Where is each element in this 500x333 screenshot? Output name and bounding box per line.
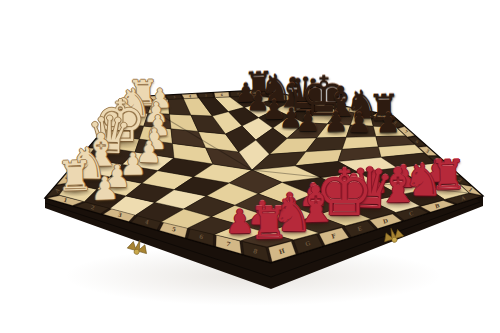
rim-label: 5: [205, 94, 207, 98]
board: ABCDEFGH12345678ABCDEFGH87654321ABCDEFGH…: [0, 0, 500, 333]
rim-label: 2: [157, 96, 160, 100]
rim-label: 7: [236, 92, 238, 96]
hinge: [136, 92, 144, 100]
board-cell: [346, 125, 376, 137]
product-photo-three-player-chess: ABCDEFGH12345678ABCDEFGH87654321ABCDEFGH…: [0, 0, 500, 333]
board-cell: [144, 113, 171, 129]
